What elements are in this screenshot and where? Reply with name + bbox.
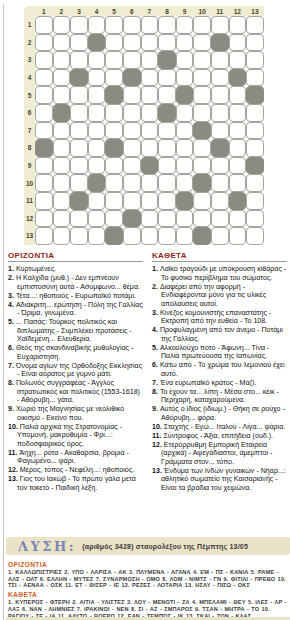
row-label-6: 6	[24, 104, 35, 122]
grid-cell-r5c3[interactable]	[70, 86, 88, 104]
grid-cell-r13c7[interactable]	[141, 227, 159, 245]
grid-cell-r3c13[interactable]	[246, 51, 264, 69]
grid-cell-r13c1[interactable]	[35, 227, 53, 245]
grid-cell-r12c3[interactable]	[70, 210, 88, 228]
grid-cell-r5c10[interactable]	[193, 86, 211, 104]
grid-cell-r12c4[interactable]	[88, 210, 106, 228]
grid-cell-r6c10[interactable]	[193, 104, 211, 122]
down-clue-3: 3. Κινέζος κομουνιστής επαναστάτης - Εκτ…	[152, 309, 287, 326]
grid-cell-r7c13[interactable]	[246, 122, 264, 140]
col-label-11: 11	[211, 6, 229, 16]
grid-cell-r3c4[interactable]	[88, 51, 106, 69]
blocked-cell-r10c10	[193, 174, 211, 192]
grid-cell-r12c9[interactable]	[176, 210, 194, 228]
grid-cell-r3c9[interactable]	[176, 51, 194, 69]
down-clue-4: 4. Προφυλαγμένη από τον άνεμο - Ποτάμι τ…	[152, 326, 287, 343]
grid-cell-r4c9[interactable]	[176, 69, 194, 87]
grid-cell-r9c12[interactable]	[229, 157, 247, 175]
across-clue-6: 6. Θεός της σκανδιναβικής μυθολογίας - Ε…	[8, 344, 143, 361]
across-section: ΟΡΙΖΟΝΤΙΑ 1. Κυρτωμένες.2. Η Καλχίδα (μυ…	[8, 251, 143, 493]
down-clue-7: 7. Ένα ευρωπαϊκό κράτος - Μαζί.	[152, 379, 287, 388]
grid-cell-r13c6[interactable]	[123, 227, 141, 245]
grid-cell-r11c6[interactable]	[123, 192, 141, 210]
across-clue-1: 1. Κυρτωμένες.	[8, 265, 143, 274]
grid-cell-r7c12[interactable]	[229, 122, 247, 140]
row-label-12: 12	[24, 210, 35, 228]
row-label-2: 2	[24, 34, 35, 52]
grid-cell-r9c5[interactable]	[105, 157, 123, 175]
solution-across-header: ΟΡΙΖΟΝΤΙΑ	[8, 561, 287, 568]
grid-cell-r6c13[interactable]	[246, 104, 264, 122]
grid-cell-r6c1[interactable]	[35, 104, 53, 122]
across-clue-9: 9. Χωριό της Μαγνησίας με νεολιθικό οικι…	[8, 405, 143, 422]
grid-cell-r8c6[interactable]	[123, 139, 141, 157]
grid-cell-r13c4[interactable]	[88, 227, 106, 245]
grid-cell-r6c5[interactable]	[105, 104, 123, 122]
grid-cell-r3c2[interactable]	[53, 51, 71, 69]
grid-cell-r4c13[interactable]	[246, 69, 264, 87]
col-label-13: 13	[246, 6, 264, 16]
blocked-cell-r11c3	[70, 192, 88, 210]
grid-cell-r11c8[interactable]	[158, 192, 176, 210]
grid-cell-r3c7[interactable]	[141, 51, 159, 69]
row-label-7: 7	[24, 122, 35, 140]
newspaper-crossword-page: 1234567891011121312345678910111213 ΟΡΙΖΟ…	[0, 0, 290, 620]
grid-cell-r1c11[interactable]	[211, 16, 229, 34]
down-clue-5: 5. Αλκοολούχο ποτό - Άφωνη... Τίνα - Παλ…	[152, 344, 287, 361]
grid-cell-r9c9[interactable]	[176, 157, 194, 175]
blocked-cell-r13c10	[193, 227, 211, 245]
grid-cell-r7c7[interactable]	[141, 122, 159, 140]
grid-cell-r2c7[interactable]	[141, 34, 159, 52]
grid-cell-r10c13[interactable]	[246, 174, 264, 192]
grid-cell-r1c13[interactable]	[246, 16, 264, 34]
grid-cell-r9c3[interactable]	[70, 157, 88, 175]
grid-cell-r11c5[interactable]	[105, 192, 123, 210]
row-label-5: 5	[24, 86, 35, 104]
grid-cell-r13c9[interactable]	[176, 227, 194, 245]
grid-cell-r11c10[interactable]	[193, 192, 211, 210]
blocked-cell-r9c7	[141, 157, 159, 175]
grid-cell-r4c7[interactable]	[141, 69, 159, 87]
row-label-11: 11	[24, 192, 35, 210]
grid-cell-r13c8[interactable]	[158, 227, 176, 245]
col-label-5: 5	[105, 6, 123, 16]
grid-cell-r7c6[interactable]	[123, 122, 141, 140]
across-clue-8: 8. Πολωνός συγγραφέας - Άγγλος στρατιωτι…	[8, 379, 143, 405]
grid-cell-r5c1[interactable]	[35, 86, 53, 104]
grid-cell-r3c6[interactable]	[123, 51, 141, 69]
grid-cell-r1c8[interactable]	[158, 16, 176, 34]
grid-cell-r10c1[interactable]	[35, 174, 53, 192]
blocked-cell-r9c13	[246, 157, 264, 175]
grid-cell-r9c6[interactable]	[123, 157, 141, 175]
down-clue-12: 12. Ετερόρρυθμη Εμπορική Εταιρεία (αρχικ…	[152, 441, 287, 467]
grid-cell-r11c11[interactable]	[211, 192, 229, 210]
grid-cell-r12c8[interactable]	[158, 210, 176, 228]
grid-cell-r4c2[interactable]	[53, 69, 71, 87]
grid-cell-r4c5[interactable]	[105, 69, 123, 87]
across-header: ΟΡΙΖΟΝΤΙΑ	[8, 251, 143, 262]
blocked-cell-r11c12	[229, 192, 247, 210]
row-label-10: 10	[24, 174, 35, 192]
down-header: ΚΑΘΕΤΑ	[152, 251, 287, 262]
solution-across-text: 1. ΚΑΛΛΩΠΙΣΤΡΙΕΣ 2. ΥΠΟ - ΛΑΡΙΣΑ - ΑΚ 3.…	[8, 569, 287, 589]
across-clue-list: 1. Κυρτωμένες.2. Η Καλχίδα (μυθ.) - Δεν …	[8, 265, 143, 492]
grid-cell-r2c2[interactable]	[53, 34, 71, 52]
grid-cell-r2c8[interactable]	[158, 34, 176, 52]
blocked-cell-r5c5	[105, 86, 123, 104]
across-clue-2: 2. Η Καλχίδα (μυθ.) - Δεν εμπνέουν εμπισ…	[8, 274, 143, 291]
grid-cell-r9c8[interactable]	[158, 157, 176, 175]
grid-cell-r8c9[interactable]	[176, 139, 194, 157]
row-label-13: 13	[24, 227, 35, 245]
grid-cell-r5c2[interactable]	[53, 86, 71, 104]
grid-cell-r3c1[interactable]	[35, 51, 53, 69]
blocked-cell-r7c10	[193, 122, 211, 140]
solution-down-header: ΚΑΘΕΤΑ	[8, 591, 287, 598]
grid-cell-r12c13[interactable]	[246, 210, 264, 228]
grid-corner	[24, 6, 35, 16]
grid-cell-r10c3[interactable]	[70, 174, 88, 192]
grid-cell-r8c13[interactable]	[246, 139, 264, 157]
grid-cell-r11c2[interactable]	[53, 192, 71, 210]
down-clue-list: 1. Λαϊκό τραγούδι με υπόκρουση κιθάρας -…	[152, 265, 287, 492]
col-label-8: 8	[158, 6, 176, 16]
grid-cell-r13c13[interactable]	[246, 227, 264, 245]
grid-cell-r1c1[interactable]	[35, 16, 53, 34]
grid-cell-r5c12[interactable]	[229, 86, 247, 104]
grid-cell-r12c10[interactable]	[193, 210, 211, 228]
blocked-cell-r4c3	[70, 69, 88, 87]
blocked-cell-r11c9	[176, 192, 194, 210]
grid-cell-r6c3[interactable]	[70, 104, 88, 122]
solution-section: ΟΡΙΖΟΝΤΙΑ 1. ΚΑΛΛΩΠΙΣΤΡΙΕΣ 2. ΥΠΟ - ΛΑΡΙ…	[8, 560, 287, 620]
grid-cell-r10c12[interactable]	[229, 174, 247, 192]
row-label-1: 1	[24, 16, 35, 34]
grid-cell-r6c4[interactable]	[88, 104, 106, 122]
grid-cell-r10c2[interactable]	[53, 174, 71, 192]
grid-cell-r8c7[interactable]	[141, 139, 159, 157]
grid-cell-r13c12[interactable]	[229, 227, 247, 245]
blocked-cell-r8c1	[35, 139, 53, 157]
grid-cell-r2c12[interactable]	[229, 34, 247, 52]
across-clue-5: 5. ... Πασάς: Τούρκος πολιτικός και διπλ…	[8, 318, 143, 344]
grid-cell-r1c9[interactable]	[176, 16, 194, 34]
grid-cell-r12c7[interactable]	[141, 210, 159, 228]
grid-cell-r10c9[interactable]	[176, 174, 194, 192]
grid-cell-r4c8[interactable]	[158, 69, 176, 87]
blocked-cell-r8c5	[105, 139, 123, 157]
crossword-grid: 1234567891011121312345678910111213	[24, 6, 264, 245]
grid-cell-r7c4[interactable]	[88, 122, 106, 140]
grid-cell-r6c11[interactable]	[211, 104, 229, 122]
grid-cell-r7c1[interactable]	[35, 122, 53, 140]
down-clue-13: 13. Ένδυμα των Ινδών γυναικών - Νήαρ...:…	[152, 467, 287, 493]
grid-cell-r9c10[interactable]	[193, 157, 211, 175]
grid-cell-r1c2[interactable]	[53, 16, 71, 34]
col-label-6: 6	[123, 6, 141, 16]
grid-cell-r3c3[interactable]	[70, 51, 88, 69]
grid-cell-r3c11[interactable]	[211, 51, 229, 69]
blocked-cell-r5c9	[176, 86, 194, 104]
row-label-4: 4	[24, 69, 35, 87]
col-label-9: 9	[176, 6, 194, 16]
across-clue-12: 12. Μέρος, τόπος - Νεφέλη...: ηθοποιός.	[8, 466, 143, 475]
col-label-2: 2	[53, 6, 71, 16]
grid-cell-r4c10[interactable]	[193, 69, 211, 87]
column-rule	[3, 4, 4, 620]
solution-subtitle: (αριθμός 3428) σταυρολέξου της Πέμπτης 1…	[82, 543, 248, 550]
grid-cell-r1c12[interactable]	[229, 16, 247, 34]
across-clue-4: 4. Αδιάκριτη... ερώτηση - Πόλη της Γαλλί…	[8, 301, 143, 318]
blocked-cell-r12c6	[123, 210, 141, 228]
grid-cell-r2c9[interactable]	[176, 34, 194, 52]
blocked-cell-r3c8	[158, 51, 176, 69]
grid-cell-r11c1[interactable]	[35, 192, 53, 210]
blocked-cell-r13c5	[105, 227, 123, 245]
grid-cell-r3c10[interactable]	[193, 51, 211, 69]
grid-cell-r11c7[interactable]	[141, 192, 159, 210]
solution-banner: ΛΥΣΗ: (αριθμός 3428) σταυρολέξου της Πέμ…	[6, 537, 290, 555]
grid-cell-r6c12[interactable]	[229, 104, 247, 122]
down-section: ΚΑΘΕΤΑ 1. Λαϊκό τραγούδι με υπόκρουση κι…	[152, 251, 287, 493]
grid-cell-r11c13[interactable]	[246, 192, 264, 210]
grid-cell-r7c2[interactable]	[53, 122, 71, 140]
grid-cell-r3c5[interactable]	[105, 51, 123, 69]
grid-cell-r7c3[interactable]	[70, 122, 88, 140]
across-clue-3: 3. Τέτα...: ηθοποιός - Ευρωπαϊκό ποτάμι.	[8, 292, 143, 301]
grid-cell-r7c5[interactable]	[105, 122, 123, 140]
grid-cell-r2c10[interactable]	[193, 34, 211, 52]
grid-cell-r4c11[interactable]	[211, 69, 229, 87]
grid-cell-r10c6[interactable]	[123, 174, 141, 192]
grid-cell-r1c4[interactable]	[88, 16, 106, 34]
blocked-cell-r4c12	[229, 69, 247, 87]
grid-cell-r1c5[interactable]	[105, 16, 123, 34]
grid-cell-r5c6[interactable]	[123, 86, 141, 104]
col-label-4: 4	[88, 6, 106, 16]
grid-cell-r1c6[interactable]	[123, 16, 141, 34]
grid-cell-r9c4[interactable]	[88, 157, 106, 175]
across-clue-11: 11. Άηχη... ρότα - Ακαθαρσία, βρομιά - Φ…	[8, 449, 143, 466]
grid-cell-r1c7[interactable]	[141, 16, 159, 34]
grid-cell-r4c1[interactable]	[35, 69, 53, 87]
grid-cell-r2c5[interactable]	[105, 34, 123, 52]
down-clue-8: 8. Το έχουν τα... λίπη - Μέσα στο... κέι…	[152, 388, 287, 405]
grid-cell-r1c10[interactable]	[193, 16, 211, 34]
clues-section: ΟΡΙΖΟΝΤΙΑ 1. Κυρτωμένες.2. Η Καλχίδα (μυ…	[8, 251, 287, 493]
grid-cell-r5c11[interactable]	[211, 86, 229, 104]
blocked-cell-r8c11	[211, 139, 229, 157]
col-label-12: 12	[229, 6, 247, 16]
grid-cell-r2c3[interactable]	[70, 34, 88, 52]
grid-cell-r9c11[interactable]	[211, 157, 229, 175]
row-label-9: 9	[24, 157, 35, 175]
grid-cell-r12c5[interactable]	[105, 210, 123, 228]
grid-cell-r10c7[interactable]	[141, 174, 159, 192]
blocked-cell-r2c4	[88, 34, 106, 52]
grid-cell-r1c3[interactable]	[70, 16, 88, 34]
blocked-cell-r4c6	[123, 69, 141, 87]
down-clue-9: 9. Αυτός ο ίδιος (ιδιωμ.) - Θήκη σε ρούχ…	[152, 405, 287, 422]
grid-cell-r13c2[interactable]	[53, 227, 71, 245]
col-label-3: 3	[70, 6, 88, 16]
across-clue-7: 7. Όνομα αγίων της Ορθόδοξης Εκκλησίας -…	[8, 362, 143, 379]
col-label-1: 1	[35, 6, 53, 16]
grid-cell-r13c3[interactable]	[70, 227, 88, 245]
down-clue-10: 10. Σταχτής - Εγώ... Ιταλού - Λίγα... ψά…	[152, 423, 287, 432]
blocked-cell-r2c11	[211, 34, 229, 52]
col-label-10: 10	[193, 6, 211, 16]
solution-label: ΛΥΣΗ:	[18, 539, 76, 554]
grid-cell-r8c12[interactable]	[229, 139, 247, 157]
grid-cell-r12c2[interactable]	[53, 210, 71, 228]
grid-cell-r11c4[interactable]	[88, 192, 106, 210]
grid-cell-r4c4[interactable]	[88, 69, 106, 87]
grid-cell-r12c12[interactable]	[229, 210, 247, 228]
down-clue-1: 1. Λαϊκό τραγούδι με υπόκρουση κιθάρας -…	[152, 265, 287, 282]
grid-cell-r8c2[interactable]	[53, 139, 71, 157]
grid-cell-r2c13[interactable]	[246, 34, 264, 52]
across-clue-13: 13. Γιος του Ιακώβ - Το πρώτο γάλα μετά …	[8, 475, 143, 492]
grid-cell-r6c7[interactable]	[141, 104, 159, 122]
grid-cell-r12c11[interactable]	[211, 210, 229, 228]
down-clue-6: 6. Κάτω από - Το χρώμα του λεμονιού έχει…	[152, 361, 287, 378]
grid-cell-r5c4[interactable]	[88, 86, 106, 104]
grid-cell-r7c8[interactable]	[158, 122, 176, 140]
blocked-cell-r10c4	[88, 174, 106, 192]
blocked-cell-r6c2	[53, 104, 71, 122]
grid-cell-r2c6[interactable]	[123, 34, 141, 52]
grid-cell-r6c9[interactable]	[176, 104, 194, 122]
grid-cell-r10c5[interactable]	[105, 174, 123, 192]
grid-cell-r6c6[interactable]	[123, 104, 141, 122]
grid-cell-r3c12[interactable]	[229, 51, 247, 69]
grid-cell-r8c8[interactable]	[158, 139, 176, 157]
down-clue-2: 2. Διαφέρει από την αφορμή - Ενδιαφέροντ…	[152, 283, 287, 309]
grid-cell-r7c11[interactable]	[211, 122, 229, 140]
across-clue-10: 10. Παλιά αρχικά της Στρατονομίας - Υπομ…	[8, 423, 143, 449]
grid-cell-r9c2[interactable]	[53, 157, 71, 175]
grid-cell-r8c4[interactable]	[88, 139, 106, 157]
grid-cell-r7c9[interactable]	[176, 122, 194, 140]
grid-cell-r10c11[interactable]	[211, 174, 229, 192]
blocked-cell-r5c13	[246, 86, 264, 104]
grid-cell-r5c7[interactable]	[141, 86, 159, 104]
grid-cell-r8c3[interactable]	[70, 139, 88, 157]
grid-cell-r9c1[interactable]	[35, 157, 53, 175]
grid-cell-r5c8[interactable]	[158, 86, 176, 104]
row-label-3: 3	[24, 51, 35, 69]
row-label-8: 8	[24, 139, 35, 157]
blocked-cell-r6c8	[158, 104, 176, 122]
grid-cell-r13c11[interactable]	[211, 227, 229, 245]
grid-cell-r10c8[interactable]	[158, 174, 176, 192]
down-clue-11: 11. Σύντροφος - Άξια, επιτήδεια (ουδ.).	[152, 432, 287, 441]
grid-cell-r2c1[interactable]	[35, 34, 53, 52]
grid-cell-r8c10[interactable]	[193, 139, 211, 157]
col-label-7: 7	[141, 6, 159, 16]
grid-cell-r12c1[interactable]	[35, 210, 53, 228]
